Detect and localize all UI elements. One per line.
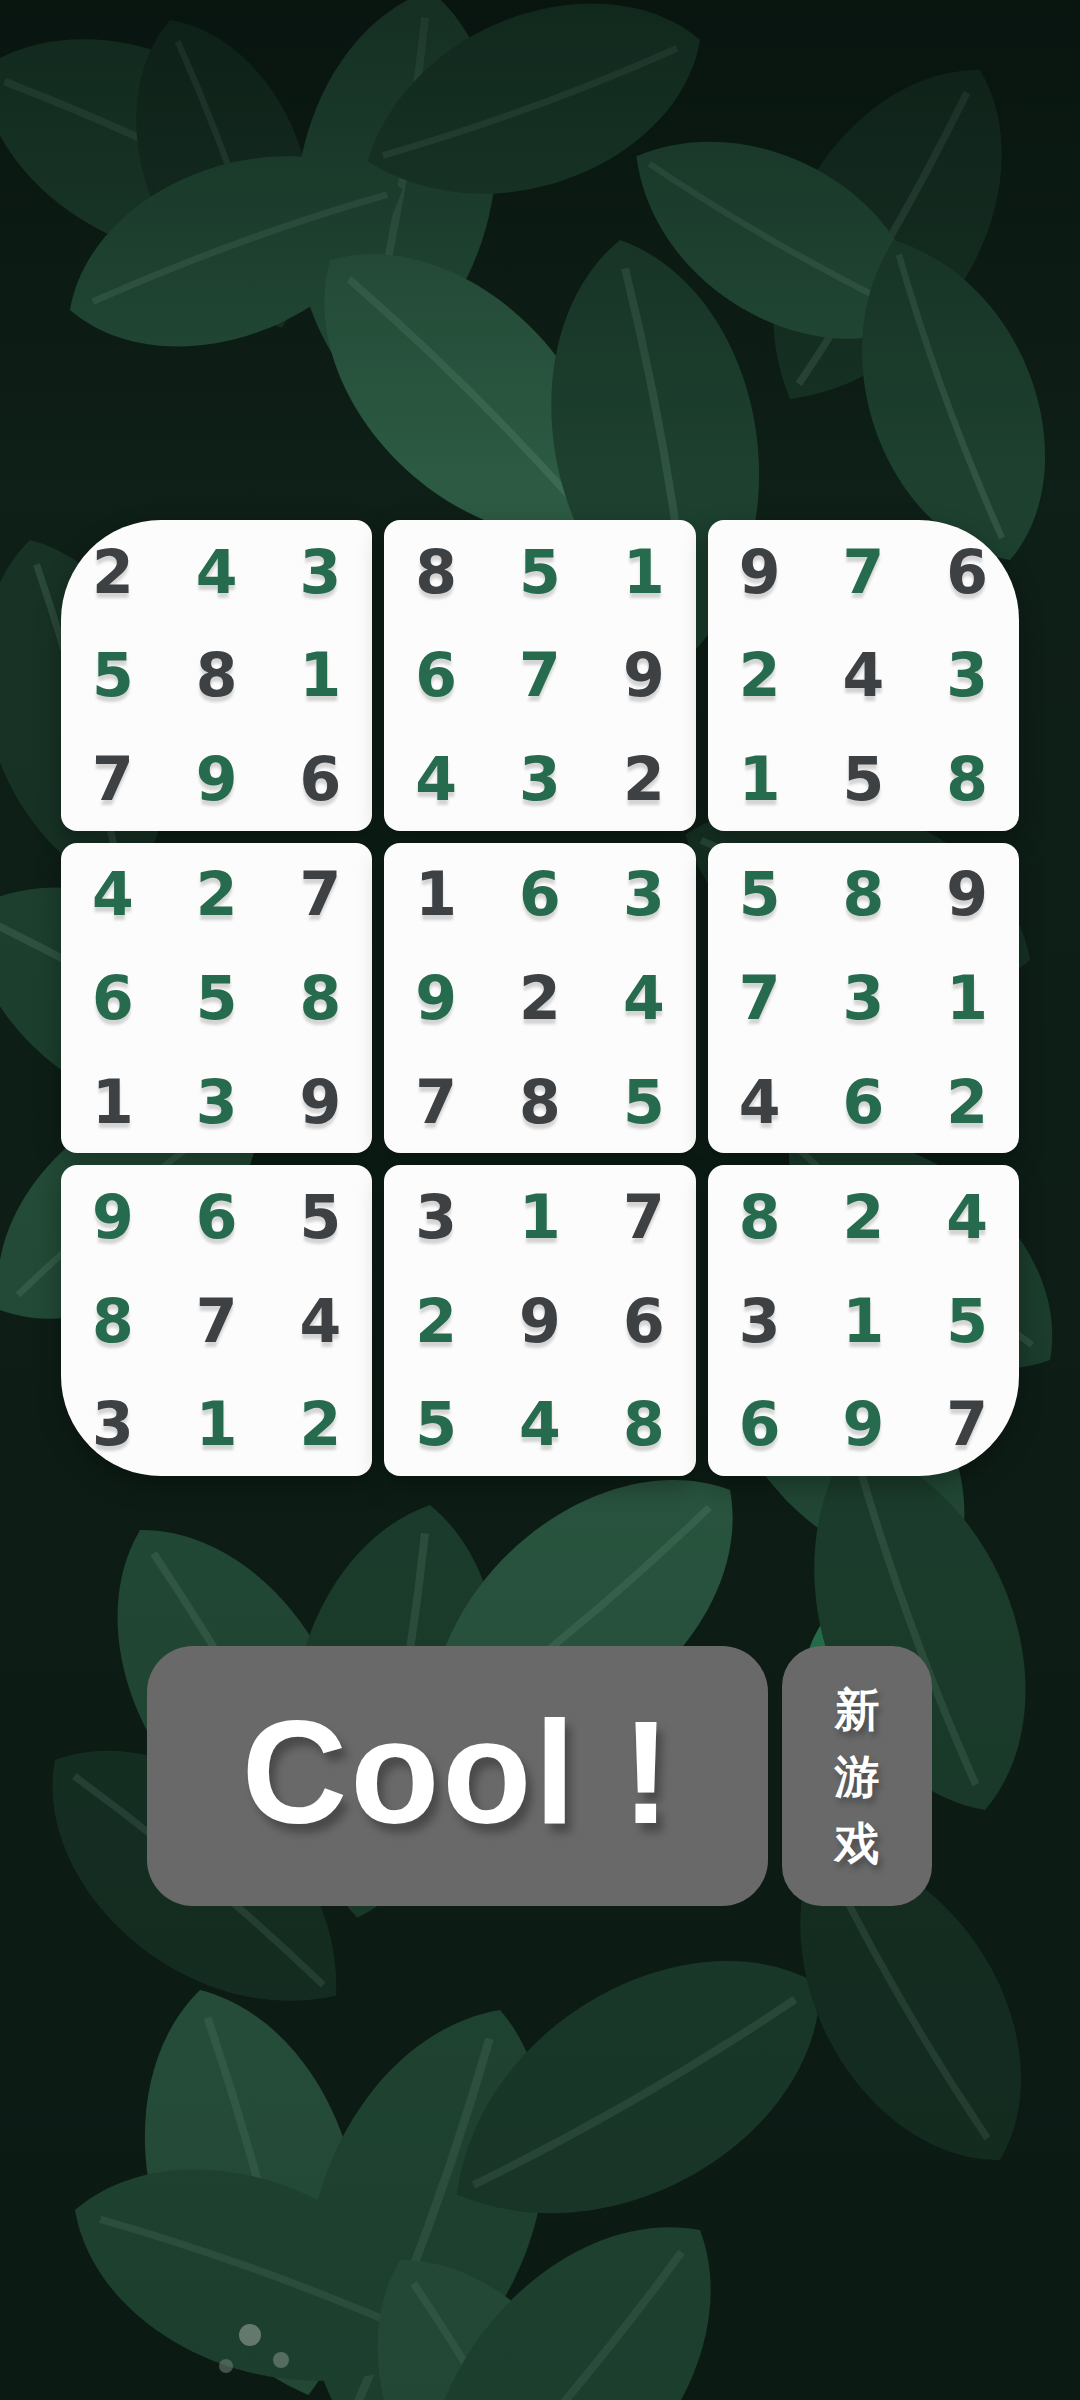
sudoku-cell-r5c8[interactable]: 3 xyxy=(811,946,915,1050)
sudoku-cell-r5c3[interactable]: 8 xyxy=(269,946,373,1050)
sudoku-cell-r1c9[interactable]: 6 xyxy=(915,520,1019,624)
sudoku-block-3: 976243158 xyxy=(708,520,1019,831)
sudoku-cell-r2c4[interactable]: 6 xyxy=(384,624,488,728)
sudoku-cell-r6c4[interactable]: 7 xyxy=(384,1050,488,1154)
sudoku-cell-r2c9[interactable]: 3 xyxy=(915,624,1019,728)
cool-status-button[interactable]: Cool ! xyxy=(147,1646,768,1906)
sudoku-cell-r4c6[interactable]: 3 xyxy=(592,843,696,947)
sudoku-cell-r2c6[interactable]: 9 xyxy=(592,624,696,728)
new-game-char: 戏 xyxy=(835,1821,880,1866)
sudoku-cell-r7c7[interactable]: 8 xyxy=(708,1165,812,1269)
sudoku-block-1: 243581796 xyxy=(61,520,372,831)
sudoku-cell-r6c9[interactable]: 2 xyxy=(915,1050,1019,1154)
sudoku-cell-r9c7[interactable]: 6 xyxy=(708,1372,812,1476)
sudoku-block-7: 965874312 xyxy=(61,1165,372,1476)
sudoku-cell-r1c7[interactable]: 9 xyxy=(708,520,812,624)
sudoku-cell-r9c4[interactable]: 5 xyxy=(384,1372,488,1476)
sudoku-cell-r9c2[interactable]: 1 xyxy=(165,1372,269,1476)
sudoku-cell-r8c7[interactable]: 3 xyxy=(708,1269,812,1373)
sudoku-cell-r3c8[interactable]: 5 xyxy=(811,727,915,831)
sudoku-cell-r8c8[interactable]: 1 xyxy=(811,1269,915,1373)
sudoku-cell-r3c3[interactable]: 6 xyxy=(269,727,373,831)
sudoku-cell-r6c5[interactable]: 8 xyxy=(488,1050,592,1154)
sudoku-cell-r2c3[interactable]: 1 xyxy=(269,624,373,728)
sudoku-cell-r7c2[interactable]: 6 xyxy=(165,1165,269,1269)
sudoku-cell-r6c1[interactable]: 1 xyxy=(61,1050,165,1154)
sudoku-cell-r4c4[interactable]: 1 xyxy=(384,843,488,947)
sudoku-cell-r4c3[interactable]: 7 xyxy=(269,843,373,947)
sudoku-block-4: 427658139 xyxy=(61,843,372,1154)
sudoku-cell-r9c6[interactable]: 8 xyxy=(592,1372,696,1476)
sudoku-cell-r5c4[interactable]: 9 xyxy=(384,946,488,1050)
sudoku-cell-r5c9[interactable]: 1 xyxy=(915,946,1019,1050)
sudoku-cell-r7c8[interactable]: 2 xyxy=(811,1165,915,1269)
sudoku-cell-r2c7[interactable]: 2 xyxy=(708,624,812,728)
sudoku-cell-r2c8[interactable]: 4 xyxy=(811,624,915,728)
sudoku-cell-r5c6[interactable]: 4 xyxy=(592,946,696,1050)
sudoku-cell-r9c1[interactable]: 3 xyxy=(61,1372,165,1476)
sudoku-cell-r5c1[interactable]: 6 xyxy=(61,946,165,1050)
sudoku-cell-r9c5[interactable]: 4 xyxy=(488,1372,592,1476)
sudoku-cell-r7c6[interactable]: 7 xyxy=(592,1165,696,1269)
sudoku-block-2: 851679432 xyxy=(384,520,695,831)
sudoku-cell-r3c5[interactable]: 3 xyxy=(488,727,592,831)
sudoku-cell-r9c9[interactable]: 7 xyxy=(915,1372,1019,1476)
sudoku-cell-r8c3[interactable]: 4 xyxy=(269,1269,373,1373)
sudoku-cell-r8c1[interactable]: 8 xyxy=(61,1269,165,1373)
sudoku-cell-r8c9[interactable]: 5 xyxy=(915,1269,1019,1373)
sudoku-cell-r3c1[interactable]: 7 xyxy=(61,727,165,831)
sudoku-screen: 2435817968516794329762431584276581391639… xyxy=(0,0,1080,2400)
sudoku-cell-r5c2[interactable]: 5 xyxy=(165,946,269,1050)
sudoku-cell-r4c1[interactable]: 4 xyxy=(61,843,165,947)
sudoku-cell-r7c5[interactable]: 1 xyxy=(488,1165,592,1269)
sudoku-cell-r1c4[interactable]: 8 xyxy=(384,520,488,624)
sudoku-cell-r8c6[interactable]: 6 xyxy=(592,1269,696,1373)
sudoku-cell-r4c7[interactable]: 5 xyxy=(708,843,812,947)
sudoku-cell-r9c8[interactable]: 9 xyxy=(811,1372,915,1476)
sudoku-cell-r3c6[interactable]: 2 xyxy=(592,727,696,831)
sudoku-cell-r4c9[interactable]: 9 xyxy=(915,843,1019,947)
sudoku-cell-r8c2[interactable]: 7 xyxy=(165,1269,269,1373)
sudoku-cell-r7c9[interactable]: 4 xyxy=(915,1165,1019,1269)
sudoku-block-6: 589731462 xyxy=(708,843,1019,1154)
sudoku-block-9: 824315697 xyxy=(708,1165,1019,1476)
sudoku-cell-r1c3[interactable]: 3 xyxy=(269,520,373,624)
sudoku-cell-r5c7[interactable]: 7 xyxy=(708,946,812,1050)
new-game-button[interactable]: 新 游 戏 xyxy=(782,1646,932,1906)
sudoku-cell-r6c2[interactable]: 3 xyxy=(165,1050,269,1154)
sudoku-cell-r6c6[interactable]: 5 xyxy=(592,1050,696,1154)
sudoku-cell-r6c3[interactable]: 9 xyxy=(269,1050,373,1154)
sudoku-cell-r1c8[interactable]: 7 xyxy=(811,520,915,624)
sudoku-cell-r6c8[interactable]: 6 xyxy=(811,1050,915,1154)
sudoku-cell-r5c5[interactable]: 2 xyxy=(488,946,592,1050)
sudoku-cell-r2c5[interactable]: 7 xyxy=(488,624,592,728)
sudoku-cell-r8c5[interactable]: 9 xyxy=(488,1269,592,1373)
sudoku-cell-r3c2[interactable]: 9 xyxy=(165,727,269,831)
sudoku-cell-r1c5[interactable]: 5 xyxy=(488,520,592,624)
sudoku-cell-r2c2[interactable]: 8 xyxy=(165,624,269,728)
sudoku-cell-r7c3[interactable]: 5 xyxy=(269,1165,373,1269)
sudoku-cell-r3c4[interactable]: 4 xyxy=(384,727,488,831)
new-game-char: 游 xyxy=(835,1754,880,1799)
bottom-controls: Cool ! 新 游 戏 xyxy=(147,1646,932,1906)
sudoku-cell-r7c1[interactable]: 9 xyxy=(61,1165,165,1269)
sudoku-cell-r4c5[interactable]: 6 xyxy=(488,843,592,947)
sudoku-cell-r4c2[interactable]: 2 xyxy=(165,843,269,947)
sudoku-cell-r4c8[interactable]: 8 xyxy=(811,843,915,947)
sudoku-board: 2435817968516794329762431584276581391639… xyxy=(61,520,1019,1476)
sudoku-cell-r6c7[interactable]: 4 xyxy=(708,1050,812,1154)
sudoku-cell-r8c4[interactable]: 2 xyxy=(384,1269,488,1373)
sudoku-cell-r9c3[interactable]: 2 xyxy=(269,1372,373,1476)
new-game-char: 新 xyxy=(835,1687,880,1732)
sudoku-block-5: 163924785 xyxy=(384,843,695,1154)
sudoku-block-8: 317296548 xyxy=(384,1165,695,1476)
sudoku-cell-r3c9[interactable]: 8 xyxy=(915,727,1019,831)
sudoku-cell-r1c6[interactable]: 1 xyxy=(592,520,696,624)
sudoku-cell-r7c4[interactable]: 3 xyxy=(384,1165,488,1269)
sudoku-cell-r1c1[interactable]: 2 xyxy=(61,520,165,624)
sudoku-cell-r1c2[interactable]: 4 xyxy=(165,520,269,624)
sudoku-cell-r2c1[interactable]: 5 xyxy=(61,624,165,728)
sudoku-cell-r3c7[interactable]: 1 xyxy=(708,727,812,831)
